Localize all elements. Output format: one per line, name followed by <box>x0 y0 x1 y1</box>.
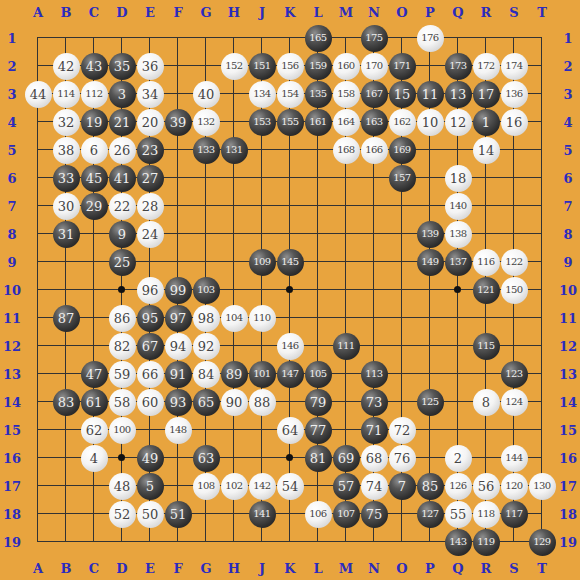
intersection-D2[interactable]: 35 <box>108 52 136 80</box>
intersection-N4[interactable]: 163 <box>360 108 388 136</box>
intersection-O8[interactable] <box>388 220 416 248</box>
intersection-M7[interactable] <box>332 192 360 220</box>
intersection-E18[interactable]: 50 <box>136 500 164 528</box>
intersection-R19[interactable]: 119 <box>472 528 500 556</box>
intersection-Q1[interactable] <box>444 24 472 52</box>
intersection-R7[interactable] <box>472 192 500 220</box>
intersection-P15[interactable] <box>416 416 444 444</box>
intersection-S4[interactable]: 16 <box>500 108 528 136</box>
intersection-D4[interactable]: 21 <box>108 108 136 136</box>
intersection-P5[interactable] <box>416 136 444 164</box>
intersection-C1[interactable] <box>80 24 108 52</box>
intersection-B8[interactable]: 31 <box>52 220 80 248</box>
intersection-A15[interactable] <box>24 416 52 444</box>
intersection-D16[interactable] <box>108 444 136 472</box>
intersection-H18[interactable] <box>220 500 248 528</box>
intersection-B5[interactable]: 38 <box>52 136 80 164</box>
intersection-G18[interactable] <box>192 500 220 528</box>
intersection-G10[interactable]: 103 <box>192 276 220 304</box>
intersection-T12[interactable] <box>528 332 556 360</box>
intersection-Q9[interactable]: 137 <box>444 248 472 276</box>
intersection-O5[interactable]: 169 <box>388 136 416 164</box>
intersection-C17[interactable] <box>80 472 108 500</box>
intersection-K18[interactable] <box>276 500 304 528</box>
intersection-K11[interactable] <box>276 304 304 332</box>
intersection-S13[interactable]: 123 <box>500 360 528 388</box>
intersection-R11[interactable] <box>472 304 500 332</box>
intersection-F13[interactable]: 91 <box>164 360 192 388</box>
intersection-F10[interactable]: 99 <box>164 276 192 304</box>
intersection-D18[interactable]: 52 <box>108 500 136 528</box>
intersection-T11[interactable] <box>528 304 556 332</box>
intersection-D6[interactable]: 41 <box>108 164 136 192</box>
intersection-L11[interactable] <box>304 304 332 332</box>
intersection-O17[interactable]: 7 <box>388 472 416 500</box>
intersection-L19[interactable] <box>304 528 332 556</box>
intersection-N1[interactable]: 175 <box>360 24 388 52</box>
intersection-Q4[interactable]: 12 <box>444 108 472 136</box>
intersection-T13[interactable] <box>528 360 556 388</box>
intersection-B11[interactable]: 87 <box>52 304 80 332</box>
intersection-L13[interactable]: 105 <box>304 360 332 388</box>
intersection-J5[interactable] <box>248 136 276 164</box>
intersection-C6[interactable]: 45 <box>80 164 108 192</box>
intersection-G14[interactable]: 65 <box>192 388 220 416</box>
intersection-T9[interactable] <box>528 248 556 276</box>
intersection-L16[interactable]: 81 <box>304 444 332 472</box>
intersection-F12[interactable]: 94 <box>164 332 192 360</box>
intersection-D15[interactable]: 100 <box>108 416 136 444</box>
intersection-K1[interactable] <box>276 24 304 52</box>
intersection-K17[interactable]: 54 <box>276 472 304 500</box>
intersection-S10[interactable]: 150 <box>500 276 528 304</box>
intersection-G15[interactable] <box>192 416 220 444</box>
intersection-E19[interactable] <box>136 528 164 556</box>
intersection-K14[interactable] <box>276 388 304 416</box>
intersection-N3[interactable]: 167 <box>360 80 388 108</box>
intersection-A3[interactable]: 44 <box>24 80 52 108</box>
intersection-M17[interactable]: 57 <box>332 472 360 500</box>
intersection-K7[interactable] <box>276 192 304 220</box>
intersection-H3[interactable] <box>220 80 248 108</box>
intersection-B3[interactable]: 114 <box>52 80 80 108</box>
intersection-F17[interactable] <box>164 472 192 500</box>
intersection-N14[interactable]: 73 <box>360 388 388 416</box>
intersection-T6[interactable] <box>528 164 556 192</box>
intersection-L5[interactable] <box>304 136 332 164</box>
intersection-D12[interactable]: 82 <box>108 332 136 360</box>
intersection-N2[interactable]: 170 <box>360 52 388 80</box>
intersection-G7[interactable] <box>192 192 220 220</box>
intersection-P6[interactable] <box>416 164 444 192</box>
intersection-S3[interactable]: 136 <box>500 80 528 108</box>
intersection-N18[interactable]: 75 <box>360 500 388 528</box>
intersection-H6[interactable] <box>220 164 248 192</box>
intersection-T7[interactable] <box>528 192 556 220</box>
intersection-M2[interactable]: 160 <box>332 52 360 80</box>
intersection-R15[interactable] <box>472 416 500 444</box>
intersection-Q8[interactable]: 138 <box>444 220 472 248</box>
intersection-H16[interactable] <box>220 444 248 472</box>
intersection-O1[interactable] <box>388 24 416 52</box>
intersection-M12[interactable]: 111 <box>332 332 360 360</box>
intersection-M19[interactable] <box>332 528 360 556</box>
intersection-P17[interactable]: 85 <box>416 472 444 500</box>
intersection-D8[interactable]: 9 <box>108 220 136 248</box>
intersection-G13[interactable]: 84 <box>192 360 220 388</box>
intersection-J10[interactable] <box>248 276 276 304</box>
intersection-P8[interactable]: 139 <box>416 220 444 248</box>
intersection-F7[interactable] <box>164 192 192 220</box>
intersection-O11[interactable] <box>388 304 416 332</box>
intersection-E13[interactable]: 66 <box>136 360 164 388</box>
intersection-J11[interactable]: 110 <box>248 304 276 332</box>
intersection-L7[interactable] <box>304 192 332 220</box>
intersection-M16[interactable]: 69 <box>332 444 360 472</box>
intersection-R18[interactable]: 118 <box>472 500 500 528</box>
intersection-G9[interactable] <box>192 248 220 276</box>
intersection-K6[interactable] <box>276 164 304 192</box>
intersection-E6[interactable]: 27 <box>136 164 164 192</box>
intersection-J9[interactable]: 109 <box>248 248 276 276</box>
intersection-L15[interactable]: 77 <box>304 416 332 444</box>
intersection-E3[interactable]: 34 <box>136 80 164 108</box>
intersection-T19[interactable]: 129 <box>528 528 556 556</box>
intersection-G4[interactable]: 132 <box>192 108 220 136</box>
intersection-Q12[interactable] <box>444 332 472 360</box>
intersection-P7[interactable] <box>416 192 444 220</box>
intersection-S8[interactable] <box>500 220 528 248</box>
intersection-H4[interactable] <box>220 108 248 136</box>
intersection-D3[interactable]: 3 <box>108 80 136 108</box>
intersection-N12[interactable] <box>360 332 388 360</box>
intersection-R9[interactable]: 116 <box>472 248 500 276</box>
intersection-P1[interactable]: 176 <box>416 24 444 52</box>
intersection-B16[interactable] <box>52 444 80 472</box>
intersection-C5[interactable]: 6 <box>80 136 108 164</box>
intersection-A4[interactable] <box>24 108 52 136</box>
intersection-K5[interactable] <box>276 136 304 164</box>
intersection-P14[interactable]: 125 <box>416 388 444 416</box>
intersection-N16[interactable]: 68 <box>360 444 388 472</box>
intersection-T4[interactable] <box>528 108 556 136</box>
intersection-O15[interactable]: 72 <box>388 416 416 444</box>
intersection-N17[interactable]: 74 <box>360 472 388 500</box>
intersection-C12[interactable] <box>80 332 108 360</box>
intersection-M1[interactable] <box>332 24 360 52</box>
intersection-N10[interactable] <box>360 276 388 304</box>
intersection-P3[interactable]: 11 <box>416 80 444 108</box>
intersection-K13[interactable]: 147 <box>276 360 304 388</box>
intersection-O19[interactable] <box>388 528 416 556</box>
intersection-M8[interactable] <box>332 220 360 248</box>
intersection-A9[interactable] <box>24 248 52 276</box>
intersection-Q7[interactable]: 140 <box>444 192 472 220</box>
intersection-G19[interactable] <box>192 528 220 556</box>
intersection-T10[interactable] <box>528 276 556 304</box>
intersection-L3[interactable]: 135 <box>304 80 332 108</box>
intersection-A1[interactable] <box>24 24 52 52</box>
intersection-H17[interactable]: 102 <box>220 472 248 500</box>
intersection-R8[interactable] <box>472 220 500 248</box>
intersection-B18[interactable] <box>52 500 80 528</box>
intersection-Q19[interactable]: 143 <box>444 528 472 556</box>
intersection-A2[interactable] <box>24 52 52 80</box>
intersection-B1[interactable] <box>52 24 80 52</box>
intersection-Q16[interactable]: 2 <box>444 444 472 472</box>
intersection-D14[interactable]: 58 <box>108 388 136 416</box>
intersection-J2[interactable]: 151 <box>248 52 276 80</box>
intersection-C16[interactable]: 4 <box>80 444 108 472</box>
intersection-Q2[interactable]: 173 <box>444 52 472 80</box>
intersection-B13[interactable] <box>52 360 80 388</box>
intersection-M6[interactable] <box>332 164 360 192</box>
intersection-A17[interactable] <box>24 472 52 500</box>
intersection-N11[interactable] <box>360 304 388 332</box>
intersection-R12[interactable]: 115 <box>472 332 500 360</box>
intersection-C10[interactable] <box>80 276 108 304</box>
intersection-O3[interactable]: 15 <box>388 80 416 108</box>
intersection-C18[interactable] <box>80 500 108 528</box>
intersection-R16[interactable] <box>472 444 500 472</box>
intersection-N8[interactable] <box>360 220 388 248</box>
intersection-M18[interactable]: 107 <box>332 500 360 528</box>
intersection-N9[interactable] <box>360 248 388 276</box>
intersection-E15[interactable] <box>136 416 164 444</box>
intersection-L14[interactable]: 79 <box>304 388 332 416</box>
intersection-H15[interactable] <box>220 416 248 444</box>
intersection-P10[interactable] <box>416 276 444 304</box>
intersection-S2[interactable]: 174 <box>500 52 528 80</box>
intersection-G6[interactable] <box>192 164 220 192</box>
intersection-D11[interactable]: 86 <box>108 304 136 332</box>
intersection-C8[interactable] <box>80 220 108 248</box>
intersection-Q10[interactable] <box>444 276 472 304</box>
intersection-J17[interactable]: 142 <box>248 472 276 500</box>
intersection-P9[interactable]: 149 <box>416 248 444 276</box>
intersection-S9[interactable]: 122 <box>500 248 528 276</box>
intersection-R1[interactable] <box>472 24 500 52</box>
intersection-L1[interactable]: 165 <box>304 24 332 52</box>
intersection-J7[interactable] <box>248 192 276 220</box>
intersection-F15[interactable]: 148 <box>164 416 192 444</box>
intersection-R3[interactable]: 17 <box>472 80 500 108</box>
intersection-M5[interactable]: 168 <box>332 136 360 164</box>
intersection-S14[interactable]: 124 <box>500 388 528 416</box>
intersection-F16[interactable] <box>164 444 192 472</box>
intersection-A5[interactable] <box>24 136 52 164</box>
intersection-P13[interactable] <box>416 360 444 388</box>
intersection-P4[interactable]: 10 <box>416 108 444 136</box>
intersection-L2[interactable]: 159 <box>304 52 332 80</box>
intersection-M10[interactable] <box>332 276 360 304</box>
intersection-D17[interactable]: 48 <box>108 472 136 500</box>
intersection-T8[interactable] <box>528 220 556 248</box>
intersection-A19[interactable] <box>24 528 52 556</box>
intersection-K4[interactable]: 155 <box>276 108 304 136</box>
intersection-P12[interactable] <box>416 332 444 360</box>
intersection-Q18[interactable]: 55 <box>444 500 472 528</box>
intersection-D7[interactable]: 22 <box>108 192 136 220</box>
intersection-C19[interactable] <box>80 528 108 556</box>
intersection-L8[interactable] <box>304 220 332 248</box>
intersection-T15[interactable] <box>528 416 556 444</box>
intersection-T3[interactable] <box>528 80 556 108</box>
intersection-H10[interactable] <box>220 276 248 304</box>
intersection-J14[interactable]: 88 <box>248 388 276 416</box>
intersection-P11[interactable] <box>416 304 444 332</box>
intersection-P19[interactable] <box>416 528 444 556</box>
intersection-H11[interactable]: 104 <box>220 304 248 332</box>
intersection-F3[interactable] <box>164 80 192 108</box>
intersection-F8[interactable] <box>164 220 192 248</box>
intersection-C15[interactable]: 62 <box>80 416 108 444</box>
intersection-E12[interactable]: 67 <box>136 332 164 360</box>
intersection-A7[interactable] <box>24 192 52 220</box>
intersection-G8[interactable] <box>192 220 220 248</box>
intersection-T17[interactable]: 130 <box>528 472 556 500</box>
intersection-F1[interactable] <box>164 24 192 52</box>
intersection-B2[interactable]: 42 <box>52 52 80 80</box>
intersection-M14[interactable] <box>332 388 360 416</box>
intersection-K8[interactable] <box>276 220 304 248</box>
intersection-A16[interactable] <box>24 444 52 472</box>
intersection-M11[interactable] <box>332 304 360 332</box>
intersection-F11[interactable]: 97 <box>164 304 192 332</box>
intersection-A14[interactable] <box>24 388 52 416</box>
intersection-O9[interactable] <box>388 248 416 276</box>
intersection-R6[interactable] <box>472 164 500 192</box>
intersection-K3[interactable]: 154 <box>276 80 304 108</box>
intersection-G5[interactable]: 133 <box>192 136 220 164</box>
intersection-H9[interactable] <box>220 248 248 276</box>
intersection-O12[interactable] <box>388 332 416 360</box>
intersection-R4[interactable]: 1 <box>472 108 500 136</box>
intersection-J8[interactable] <box>248 220 276 248</box>
intersection-S19[interactable] <box>500 528 528 556</box>
intersection-S16[interactable]: 144 <box>500 444 528 472</box>
intersection-E5[interactable]: 23 <box>136 136 164 164</box>
intersection-B12[interactable] <box>52 332 80 360</box>
intersection-O6[interactable]: 157 <box>388 164 416 192</box>
intersection-A13[interactable] <box>24 360 52 388</box>
intersection-H13[interactable]: 89 <box>220 360 248 388</box>
intersection-H2[interactable]: 152 <box>220 52 248 80</box>
intersection-O18[interactable] <box>388 500 416 528</box>
intersection-O13[interactable] <box>388 360 416 388</box>
intersection-R2[interactable]: 172 <box>472 52 500 80</box>
intersection-S11[interactable] <box>500 304 528 332</box>
intersection-C13[interactable]: 47 <box>80 360 108 388</box>
intersection-G2[interactable] <box>192 52 220 80</box>
intersection-B14[interactable]: 83 <box>52 388 80 416</box>
intersection-G1[interactable] <box>192 24 220 52</box>
intersection-K10[interactable] <box>276 276 304 304</box>
intersection-Q5[interactable] <box>444 136 472 164</box>
intersection-L4[interactable]: 161 <box>304 108 332 136</box>
intersection-A6[interactable] <box>24 164 52 192</box>
intersection-E8[interactable]: 24 <box>136 220 164 248</box>
intersection-M15[interactable] <box>332 416 360 444</box>
intersection-T18[interactable] <box>528 500 556 528</box>
intersection-L10[interactable] <box>304 276 332 304</box>
intersection-E2[interactable]: 36 <box>136 52 164 80</box>
intersection-E10[interactable]: 96 <box>136 276 164 304</box>
intersection-C9[interactable] <box>80 248 108 276</box>
intersection-L9[interactable] <box>304 248 332 276</box>
intersection-E16[interactable]: 49 <box>136 444 164 472</box>
intersection-G17[interactable]: 108 <box>192 472 220 500</box>
intersection-B17[interactable] <box>52 472 80 500</box>
intersection-E14[interactable]: 60 <box>136 388 164 416</box>
intersection-S1[interactable] <box>500 24 528 52</box>
intersection-D13[interactable]: 59 <box>108 360 136 388</box>
intersection-N13[interactable]: 113 <box>360 360 388 388</box>
intersection-H1[interactable] <box>220 24 248 52</box>
intersection-M9[interactable] <box>332 248 360 276</box>
intersection-N5[interactable]: 166 <box>360 136 388 164</box>
intersection-S18[interactable]: 117 <box>500 500 528 528</box>
intersection-J15[interactable] <box>248 416 276 444</box>
intersection-N15[interactable]: 71 <box>360 416 388 444</box>
intersection-T14[interactable] <box>528 388 556 416</box>
intersection-Q14[interactable] <box>444 388 472 416</box>
intersection-J6[interactable] <box>248 164 276 192</box>
intersection-B4[interactable]: 32 <box>52 108 80 136</box>
intersection-Q11[interactable] <box>444 304 472 332</box>
intersection-O4[interactable]: 162 <box>388 108 416 136</box>
intersection-H19[interactable] <box>220 528 248 556</box>
intersection-G11[interactable]: 98 <box>192 304 220 332</box>
intersection-R17[interactable]: 56 <box>472 472 500 500</box>
intersection-A10[interactable] <box>24 276 52 304</box>
intersection-T2[interactable] <box>528 52 556 80</box>
intersection-C11[interactable] <box>80 304 108 332</box>
intersection-F19[interactable] <box>164 528 192 556</box>
intersection-P18[interactable]: 127 <box>416 500 444 528</box>
intersection-S6[interactable] <box>500 164 528 192</box>
intersection-C4[interactable]: 19 <box>80 108 108 136</box>
intersection-R10[interactable]: 121 <box>472 276 500 304</box>
intersection-S7[interactable] <box>500 192 528 220</box>
intersection-D19[interactable] <box>108 528 136 556</box>
intersection-J16[interactable] <box>248 444 276 472</box>
intersection-H12[interactable] <box>220 332 248 360</box>
intersection-F6[interactable] <box>164 164 192 192</box>
intersection-L6[interactable] <box>304 164 332 192</box>
intersection-H14[interactable]: 90 <box>220 388 248 416</box>
intersection-K12[interactable]: 146 <box>276 332 304 360</box>
intersection-Q15[interactable] <box>444 416 472 444</box>
intersection-A18[interactable] <box>24 500 52 528</box>
intersection-A11[interactable] <box>24 304 52 332</box>
intersection-B19[interactable] <box>52 528 80 556</box>
intersection-O10[interactable] <box>388 276 416 304</box>
intersection-C2[interactable]: 43 <box>80 52 108 80</box>
intersection-D10[interactable] <box>108 276 136 304</box>
intersection-Q17[interactable]: 126 <box>444 472 472 500</box>
intersection-O2[interactable]: 171 <box>388 52 416 80</box>
intersection-N19[interactable] <box>360 528 388 556</box>
intersection-L17[interactable] <box>304 472 332 500</box>
intersection-K2[interactable]: 156 <box>276 52 304 80</box>
intersection-T5[interactable] <box>528 136 556 164</box>
intersection-K15[interactable]: 64 <box>276 416 304 444</box>
intersection-S15[interactable] <box>500 416 528 444</box>
intersection-C14[interactable]: 61 <box>80 388 108 416</box>
intersection-T1[interactable] <box>528 24 556 52</box>
intersection-R13[interactable] <box>472 360 500 388</box>
